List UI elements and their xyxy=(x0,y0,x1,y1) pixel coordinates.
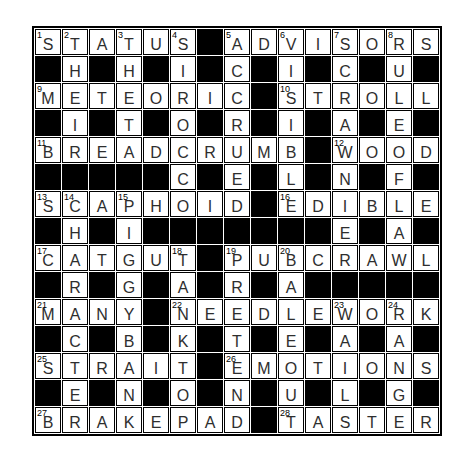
cell-r4c8[interactable]: R xyxy=(224,110,250,136)
cell-r13c5[interactable]: I xyxy=(143,353,169,379)
cell-r5c2[interactable]: R xyxy=(62,137,88,163)
cell-r6c14[interactable]: F xyxy=(386,164,412,190)
cell-r11c8[interactable]: E xyxy=(224,299,250,325)
cell-letter: C xyxy=(306,253,330,269)
cell-letter: C xyxy=(225,64,249,80)
block-cell-r14c15 xyxy=(413,380,439,406)
cell-letter: S xyxy=(414,361,438,377)
cell-r5c10[interactable]: B xyxy=(278,137,304,163)
cell-letter: P xyxy=(171,415,195,431)
cell-r11c1[interactable]: 21M xyxy=(35,299,61,325)
page: 1S2TA3TU4S5AD6VI7SO8RSHHICICU9METEORIC10… xyxy=(0,0,472,471)
cell-r10c2[interactable]: R xyxy=(62,272,88,298)
cell-letter: I xyxy=(117,226,141,242)
block-cell-r12c15 xyxy=(413,326,439,352)
cell-r13c4[interactable]: A xyxy=(116,353,142,379)
cell-letter: C xyxy=(171,145,195,161)
cell-letter: S xyxy=(414,37,438,53)
cell-r1c5[interactable]: U xyxy=(143,29,169,55)
block-cell-r8c11 xyxy=(305,218,331,244)
cell-letter: N xyxy=(90,307,114,323)
cell-letter: F xyxy=(387,172,411,188)
cell-r3c1[interactable]: 9M xyxy=(35,83,61,109)
cell-letter: L xyxy=(387,199,411,215)
cell-letter: D xyxy=(414,145,438,161)
block-cell-r4c5 xyxy=(143,110,169,136)
block-cell-r12c7 xyxy=(197,326,223,352)
cell-r11c7[interactable]: E xyxy=(197,299,223,325)
cell-letter: K xyxy=(414,307,438,323)
cell-letter: R xyxy=(198,145,222,161)
cell-r15c8[interactable]: D xyxy=(224,407,250,433)
block-cell-r7c9 xyxy=(251,191,277,217)
cell-letter: E xyxy=(90,145,114,161)
block-cell-r6c1 xyxy=(35,164,61,190)
cell-r15c13[interactable]: T xyxy=(359,407,385,433)
cell-r7c13[interactable]: B xyxy=(359,191,385,217)
cell-r1c11[interactable]: I xyxy=(305,29,331,55)
cell-r11c2[interactable]: A xyxy=(62,299,88,325)
block-cell-r4c13 xyxy=(359,110,385,136)
cell-r5c14[interactable]: O xyxy=(386,137,412,163)
cell-r11c13[interactable]: O xyxy=(359,299,385,325)
cell-r7c6[interactable]: O xyxy=(170,191,196,217)
cell-r15c11[interactable]: A xyxy=(305,407,331,433)
cell-r9c2[interactable]: A xyxy=(62,245,88,271)
cell-letter: E xyxy=(63,91,87,107)
cell-letter: I xyxy=(279,64,303,80)
cell-r13c6[interactable]: T xyxy=(170,353,196,379)
cell-r8c4[interactable]: I xyxy=(116,218,142,244)
cell-letter: A xyxy=(387,226,411,242)
cell-r2c8[interactable]: C xyxy=(224,56,250,82)
cell-letter: T xyxy=(63,37,87,53)
cell-letter: W xyxy=(333,307,357,323)
cell-letter: L xyxy=(414,253,438,269)
cell-r3c5[interactable]: O xyxy=(143,83,169,109)
cell-r13c9[interactable]: M xyxy=(251,353,277,379)
cell-r4c4[interactable]: T xyxy=(116,110,142,136)
block-cell-r6c4 xyxy=(116,164,142,190)
cell-r3c6[interactable]: R xyxy=(170,83,196,109)
cell-letter: R xyxy=(387,37,411,53)
block-cell-r10c12 xyxy=(332,272,358,298)
cell-letter: L xyxy=(333,388,357,404)
cell-letter: E xyxy=(225,361,249,377)
cell-letter: A xyxy=(198,415,222,431)
cell-r3c3[interactable]: T xyxy=(89,83,115,109)
cell-r13c15[interactable]: S xyxy=(413,353,439,379)
block-cell-r4c3 xyxy=(89,110,115,136)
cell-r5c8[interactable]: U xyxy=(224,137,250,163)
cell-r11c10[interactable]: L xyxy=(278,299,304,325)
block-cell-r6c11 xyxy=(305,164,331,190)
cell-r8c14[interactable]: A xyxy=(386,218,412,244)
cell-r4c6[interactable]: O xyxy=(170,110,196,136)
cell-r15c12[interactable]: S xyxy=(332,407,358,433)
cell-letter: N xyxy=(333,172,357,188)
cell-letter: B xyxy=(36,145,60,161)
cell-letter: A xyxy=(63,307,87,323)
cell-letter: P xyxy=(225,253,249,269)
cell-letter: T xyxy=(225,334,249,350)
block-cell-r4c9 xyxy=(251,110,277,136)
cell-letter: A xyxy=(90,199,114,215)
cell-r12c10[interactable]: E xyxy=(278,326,304,352)
block-cell-r10c14 xyxy=(386,272,412,298)
cell-r9c15[interactable]: L xyxy=(413,245,439,271)
block-cell-r6c9 xyxy=(251,164,277,190)
cell-r6c10[interactable]: L xyxy=(278,164,304,190)
cell-letter: N xyxy=(171,307,195,323)
cell-r7c15[interactable]: E xyxy=(413,191,439,217)
cell-r4c12[interactable]: A xyxy=(332,110,358,136)
block-cell-r12c13 xyxy=(359,326,385,352)
block-cell-r8c15 xyxy=(413,218,439,244)
cell-r13c1[interactable]: 25S xyxy=(35,353,61,379)
cell-r5c15[interactable]: D xyxy=(413,137,439,163)
cell-r7c14[interactable]: L xyxy=(386,191,412,217)
cell-letter: E xyxy=(387,415,411,431)
block-cell-r2c13 xyxy=(359,56,385,82)
cell-r9c5[interactable]: U xyxy=(143,245,169,271)
block-cell-r2c7 xyxy=(197,56,223,82)
block-cell-r6c7 xyxy=(197,164,223,190)
cell-r1c12[interactable]: 7S xyxy=(332,29,358,55)
block-cell-r14c7 xyxy=(197,380,223,406)
block-cell-r4c1 xyxy=(35,110,61,136)
cell-r7c5[interactable]: H xyxy=(143,191,169,217)
block-cell-r6c3 xyxy=(89,164,115,190)
cell-r9c10[interactable]: 20B xyxy=(278,245,304,271)
block-cell-r1c7 xyxy=(197,29,223,55)
block-cell-r5c11 xyxy=(305,137,331,163)
cell-r1c13[interactable]: O xyxy=(359,29,385,55)
cell-letter: I xyxy=(144,361,168,377)
cell-r14c2[interactable]: E xyxy=(62,380,88,406)
cell-r9c9[interactable]: U xyxy=(251,245,277,271)
cell-r12c8[interactable]: T xyxy=(224,326,250,352)
block-cell-r12c5 xyxy=(143,326,169,352)
cell-letter: U xyxy=(252,253,276,269)
cell-letter: T xyxy=(117,37,141,53)
cell-letter: D xyxy=(225,199,249,215)
cell-r13c2[interactable]: T xyxy=(62,353,88,379)
cell-r2c10[interactable]: I xyxy=(278,56,304,82)
cell-r2c4[interactable]: H xyxy=(116,56,142,82)
cell-r7c4[interactable]: 15P xyxy=(116,191,142,217)
cell-r1c15[interactable]: S xyxy=(413,29,439,55)
cell-letter: O xyxy=(171,199,195,215)
cell-r6c12[interactable]: N xyxy=(332,164,358,190)
cell-r2c6[interactable]: I xyxy=(170,56,196,82)
cell-r9c12[interactable]: R xyxy=(332,245,358,271)
cell-letter: S xyxy=(171,37,195,53)
block-cell-r4c7 xyxy=(197,110,223,136)
cell-letter: V xyxy=(279,37,303,53)
block-cell-r8c7 xyxy=(197,218,223,244)
cell-r4c14[interactable]: E xyxy=(386,110,412,136)
cell-r7c3[interactable]: A xyxy=(89,191,115,217)
cell-r14c14[interactable]: G xyxy=(386,380,412,406)
cell-r9c6[interactable]: 18T xyxy=(170,245,196,271)
cell-r11c4[interactable]: Y xyxy=(116,299,142,325)
cell-letter: C xyxy=(63,199,87,215)
cell-r9c1[interactable]: 17C xyxy=(35,245,61,271)
cell-letter: T xyxy=(171,361,195,377)
cell-r10c4[interactable]: G xyxy=(116,272,142,298)
cell-letter: L xyxy=(414,91,438,107)
cell-r7c8[interactable]: D xyxy=(224,191,250,217)
cell-r14c4[interactable]: N xyxy=(116,380,142,406)
block-cell-r10c3 xyxy=(89,272,115,298)
cell-letter: T xyxy=(171,253,195,269)
cell-letter: A xyxy=(90,415,114,431)
cell-letter: T xyxy=(90,91,114,107)
cell-r13c8[interactable]: 26E xyxy=(224,353,250,379)
cell-r5c3[interactable]: E xyxy=(89,137,115,163)
cell-letter: H xyxy=(63,64,87,80)
cell-r12c2[interactable]: C xyxy=(62,326,88,352)
cell-r15c3[interactable]: A xyxy=(89,407,115,433)
cell-letter: E xyxy=(225,172,249,188)
cell-letter: I xyxy=(333,361,357,377)
cell-r11c15[interactable]: K xyxy=(413,299,439,325)
cell-r13c11[interactable]: T xyxy=(305,353,331,379)
cell-letter: E xyxy=(279,334,303,350)
cell-r11c12[interactable]: 23W xyxy=(332,299,358,325)
cell-letter: C xyxy=(36,253,60,269)
cell-letter: E xyxy=(225,307,249,323)
cell-r10c6[interactable]: A xyxy=(170,272,196,298)
cell-letter: W xyxy=(333,145,357,161)
cell-r14c6[interactable]: O xyxy=(170,380,196,406)
cell-letter: D xyxy=(252,307,276,323)
block-cell-r4c11 xyxy=(305,110,331,136)
block-cell-r14c11 xyxy=(305,380,331,406)
cell-r5c12[interactable]: 12W xyxy=(332,137,358,163)
cell-r1c14[interactable]: 8R xyxy=(386,29,412,55)
cell-r10c8[interactable]: R xyxy=(224,272,250,298)
cell-letter: O xyxy=(171,118,195,134)
block-cell-r2c11 xyxy=(305,56,331,82)
block-cell-r6c15 xyxy=(413,164,439,190)
cell-letter: U xyxy=(279,388,303,404)
cell-r1c8[interactable]: 5A xyxy=(224,29,250,55)
cell-letter: N xyxy=(117,388,141,404)
cell-r2c12[interactable]: C xyxy=(332,56,358,82)
block-cell-r10c5 xyxy=(143,272,169,298)
cell-letter: D xyxy=(225,415,249,431)
cell-r15c4[interactable]: K xyxy=(116,407,142,433)
cell-r3c7[interactable]: I xyxy=(197,83,223,109)
block-cell-r6c5 xyxy=(143,164,169,190)
block-cell-r10c9 xyxy=(251,272,277,298)
cell-letter: I xyxy=(198,199,222,215)
cell-r11c14[interactable]: 24R xyxy=(386,299,412,325)
cell-r12c12[interactable]: A xyxy=(332,326,358,352)
cell-r6c8[interactable]: E xyxy=(224,164,250,190)
cell-r4c2[interactable]: I xyxy=(62,110,88,136)
cell-letter: T xyxy=(306,91,330,107)
cell-r1c4[interactable]: 3T xyxy=(116,29,142,55)
cell-letter: Y xyxy=(117,307,141,323)
block-cell-r8c9 xyxy=(251,218,277,244)
block-cell-r8c6 xyxy=(170,218,196,244)
cell-r11c3[interactable]: N xyxy=(89,299,115,325)
block-cell-r14c3 xyxy=(89,380,115,406)
cell-r11c6[interactable]: 22N xyxy=(170,299,196,325)
cell-letter: R xyxy=(225,118,249,134)
cell-r11c9[interactable]: D xyxy=(251,299,277,325)
block-cell-r10c7 xyxy=(197,272,223,298)
cell-r12c6[interactable]: K xyxy=(170,326,196,352)
cell-letter: A xyxy=(225,37,249,53)
cell-r12c14[interactable]: A xyxy=(386,326,412,352)
cell-letter: T xyxy=(306,361,330,377)
cell-letter: M xyxy=(36,91,60,107)
cell-r9c14[interactable]: W xyxy=(386,245,412,271)
cell-letter: O xyxy=(387,145,411,161)
block-cell-r14c9 xyxy=(251,380,277,406)
cell-r13c13[interactable]: O xyxy=(359,353,385,379)
cell-letter: R xyxy=(414,415,438,431)
cell-r10c10[interactable]: A xyxy=(278,272,304,298)
cell-r1c6[interactable]: 4S xyxy=(170,29,196,55)
cell-r13c10[interactable]: O xyxy=(278,353,304,379)
cell-r7c10[interactable]: 16E xyxy=(278,191,304,217)
cell-letter: O xyxy=(360,91,384,107)
cell-r13c3[interactable]: R xyxy=(89,353,115,379)
cell-r9c11[interactable]: C xyxy=(305,245,331,271)
cell-letter: A xyxy=(117,361,141,377)
cell-r15c10[interactable]: 28T xyxy=(278,407,304,433)
cell-letter: S xyxy=(36,199,60,215)
cell-r13c12[interactable]: I xyxy=(332,353,358,379)
cell-r9c13[interactable]: A xyxy=(359,245,385,271)
cell-r7c2[interactable]: 14C xyxy=(62,191,88,217)
cell-letter: E xyxy=(117,91,141,107)
cell-letter: O xyxy=(360,361,384,377)
cell-r5c13[interactable]: O xyxy=(359,137,385,163)
cell-letter: R xyxy=(63,415,87,431)
cell-r14c12[interactable]: L xyxy=(332,380,358,406)
cell-r7c11[interactable]: D xyxy=(305,191,331,217)
block-cell-r12c11 xyxy=(305,326,331,352)
block-cell-r10c11 xyxy=(305,272,331,298)
cell-letter: D xyxy=(306,199,330,215)
cell-r3c12[interactable]: R xyxy=(332,83,358,109)
cell-letter: O xyxy=(144,91,168,107)
cell-r11c11[interactable]: E xyxy=(305,299,331,325)
cell-r6c6[interactable]: C xyxy=(170,164,196,190)
cell-r14c8[interactable]: N xyxy=(224,380,250,406)
cell-r15c2[interactable]: R xyxy=(62,407,88,433)
cell-r5c6[interactable]: C xyxy=(170,137,196,163)
cell-r7c12[interactable]: I xyxy=(332,191,358,217)
cell-r5c4[interactable]: A xyxy=(116,137,142,163)
cell-r3c10[interactable]: 10S xyxy=(278,83,304,109)
cell-r5c5[interactable]: D xyxy=(143,137,169,163)
cell-letter: E xyxy=(63,388,87,404)
cell-r7c1[interactable]: 13S xyxy=(35,191,61,217)
cell-r9c8[interactable]: 19P xyxy=(224,245,250,271)
cell-letter: I xyxy=(171,64,195,80)
cell-r3c8[interactable]: C xyxy=(224,83,250,109)
cell-letter: U xyxy=(225,145,249,161)
cell-r15c14[interactable]: E xyxy=(386,407,412,433)
cell-r15c7[interactable]: A xyxy=(197,407,223,433)
cell-r3c13[interactable]: O xyxy=(359,83,385,109)
cell-r5c9[interactable]: M xyxy=(251,137,277,163)
cell-r3c15[interactable]: L xyxy=(413,83,439,109)
block-cell-r8c13 xyxy=(359,218,385,244)
cell-r2c14[interactable]: U xyxy=(386,56,412,82)
cell-r14c10[interactable]: U xyxy=(278,380,304,406)
cell-letter: A xyxy=(387,334,411,350)
cell-letter: B xyxy=(360,199,384,215)
cell-letter: A xyxy=(117,145,141,161)
cell-r1c9[interactable]: D xyxy=(251,29,277,55)
cell-r15c1[interactable]: 27B xyxy=(35,407,61,433)
cell-r15c5[interactable]: E xyxy=(143,407,169,433)
block-cell-r6c2 xyxy=(62,164,88,190)
cell-r3c14[interactable]: L xyxy=(386,83,412,109)
cell-r2c2[interactable]: H xyxy=(62,56,88,82)
cell-letter: R xyxy=(90,361,114,377)
cell-letter: T xyxy=(63,361,87,377)
cell-r8c2[interactable]: H xyxy=(62,218,88,244)
block-cell-r2c9 xyxy=(251,56,277,82)
cell-r4c10[interactable]: I xyxy=(278,110,304,136)
cell-r12c4[interactable]: B xyxy=(116,326,142,352)
cell-letter: A xyxy=(333,334,357,350)
cell-r9c3[interactable]: T xyxy=(89,245,115,271)
cell-letter: D xyxy=(252,37,276,53)
block-cell-r6c13 xyxy=(359,164,385,190)
cell-letter: N xyxy=(387,361,411,377)
cell-r5c1[interactable]: 11B xyxy=(35,137,61,163)
cell-r8c12[interactable]: E xyxy=(332,218,358,244)
cell-r1c2[interactable]: 2T xyxy=(62,29,88,55)
cell-letter: A xyxy=(90,37,114,53)
cell-r1c1[interactable]: 1S xyxy=(35,29,61,55)
cell-letter: G xyxy=(117,253,141,269)
cell-r9c4[interactable]: G xyxy=(116,245,142,271)
cell-letter: S xyxy=(36,361,60,377)
cell-letter: M xyxy=(252,145,276,161)
cell-r5c7[interactable]: R xyxy=(197,137,223,163)
block-cell-r8c3 xyxy=(89,218,115,244)
cell-r7c7[interactable]: I xyxy=(197,191,223,217)
cell-r1c3[interactable]: A xyxy=(89,29,115,55)
cell-r15c15[interactable]: R xyxy=(413,407,439,433)
block-cell-r13c7 xyxy=(197,353,223,379)
cell-letter: R xyxy=(387,307,411,323)
cell-r15c6[interactable]: P xyxy=(170,407,196,433)
cell-letter: R xyxy=(171,91,195,107)
cell-r3c11[interactable]: T xyxy=(305,83,331,109)
cell-letter: G xyxy=(117,280,141,296)
cell-letter: E xyxy=(414,199,438,215)
cell-letter: R xyxy=(63,280,87,296)
cell-r3c2[interactable]: E xyxy=(62,83,88,109)
cell-r1c10[interactable]: 6V xyxy=(278,29,304,55)
cell-r13c14[interactable]: N xyxy=(386,353,412,379)
cell-r3c4[interactable]: E xyxy=(116,83,142,109)
cell-letter: E xyxy=(333,226,357,242)
block-cell-r14c1 xyxy=(35,380,61,406)
